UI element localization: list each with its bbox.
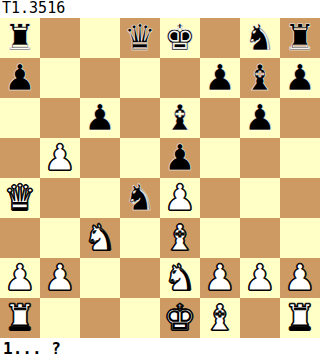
square-b7[interactable] [40, 58, 80, 98]
piece-white-rook[interactable]: ♜ [4, 298, 36, 338]
piece-white-knight[interactable]: ♞ [164, 258, 196, 298]
square-e5[interactable]: ♟ [160, 138, 200, 178]
square-b2[interactable]: ♟ [40, 258, 80, 298]
piece-white-knight[interactable]: ♞ [84, 218, 116, 258]
piece-white-pawn[interactable]: ♟ [284, 258, 316, 298]
square-e8[interactable]: ♚ [160, 18, 200, 58]
square-h2[interactable]: ♟ [280, 258, 320, 298]
square-c7[interactable] [80, 58, 120, 98]
square-g5[interactable] [240, 138, 280, 178]
square-a6[interactable] [0, 98, 40, 138]
piece-white-rook[interactable]: ♜ [284, 298, 316, 338]
square-c8[interactable] [80, 18, 120, 58]
square-c4[interactable] [80, 178, 120, 218]
square-e6[interactable]: ♝ [160, 98, 200, 138]
square-e2[interactable]: ♞ [160, 258, 200, 298]
square-d3[interactable] [120, 218, 160, 258]
square-h4[interactable] [280, 178, 320, 218]
piece-white-pawn[interactable]: ♟ [204, 258, 236, 298]
piece-black-pawn[interactable]: ♟ [244, 98, 276, 138]
square-a3[interactable] [0, 218, 40, 258]
square-f4[interactable] [200, 178, 240, 218]
square-f1[interactable]: ♝ [200, 298, 240, 338]
square-h8[interactable]: ♜ [280, 18, 320, 58]
square-a1[interactable]: ♜ [0, 298, 40, 338]
piece-black-queen[interactable]: ♛ [124, 18, 156, 58]
square-d8[interactable]: ♛ [120, 18, 160, 58]
square-g1[interactable] [240, 298, 280, 338]
square-f2[interactable]: ♟ [200, 258, 240, 298]
square-a7[interactable]: ♟ [0, 58, 40, 98]
piece-black-rook[interactable]: ♜ [284, 18, 316, 58]
piece-black-pawn[interactable]: ♟ [164, 138, 196, 178]
piece-black-pawn[interactable]: ♟ [4, 58, 36, 98]
square-b5[interactable]: ♟ [40, 138, 80, 178]
piece-black-knight[interactable]: ♞ [124, 178, 156, 218]
square-a2[interactable]: ♟ [0, 258, 40, 298]
piece-white-king[interactable]: ♚ [164, 298, 196, 338]
square-a4[interactable]: ♛ [0, 178, 40, 218]
square-f8[interactable] [200, 18, 240, 58]
square-e1[interactable]: ♚ [160, 298, 200, 338]
square-h7[interactable]: ♟ [280, 58, 320, 98]
square-b3[interactable] [40, 218, 80, 258]
piece-black-bishop[interactable]: ♝ [244, 58, 276, 98]
square-b1[interactable] [40, 298, 80, 338]
square-f7[interactable]: ♟ [200, 58, 240, 98]
square-h5[interactable] [280, 138, 320, 178]
piece-white-pawn[interactable]: ♟ [44, 138, 76, 178]
square-g8[interactable]: ♞ [240, 18, 280, 58]
square-g7[interactable]: ♝ [240, 58, 280, 98]
square-d1[interactable] [120, 298, 160, 338]
square-g3[interactable] [240, 218, 280, 258]
square-b8[interactable] [40, 18, 80, 58]
square-e7[interactable] [160, 58, 200, 98]
piece-white-queen[interactable]: ♛ [4, 178, 36, 218]
piece-black-king[interactable]: ♚ [164, 18, 196, 58]
square-b6[interactable] [40, 98, 80, 138]
square-g2[interactable]: ♟ [240, 258, 280, 298]
piece-white-bishop[interactable]: ♝ [164, 218, 196, 258]
square-f3[interactable] [200, 218, 240, 258]
move-prompt: 1... ? [0, 338, 320, 360]
square-c1[interactable] [80, 298, 120, 338]
square-f6[interactable] [200, 98, 240, 138]
square-h3[interactable] [280, 218, 320, 258]
piece-black-bishop[interactable]: ♝ [164, 98, 196, 138]
square-d6[interactable] [120, 98, 160, 138]
chess-board: ♜♛♚♞♜♟♟♝♟♟♝♟♟♟♛♞♟♞♝♟♟♞♟♟♟♜♚♝♜ [0, 18, 320, 338]
square-a8[interactable]: ♜ [0, 18, 40, 58]
square-e4[interactable]: ♟ [160, 178, 200, 218]
piece-black-pawn[interactable]: ♟ [204, 58, 236, 98]
piece-white-pawn[interactable]: ♟ [4, 258, 36, 298]
piece-black-rook[interactable]: ♜ [4, 18, 36, 58]
piece-white-pawn[interactable]: ♟ [44, 258, 76, 298]
square-c3[interactable]: ♞ [80, 218, 120, 258]
square-h6[interactable] [280, 98, 320, 138]
square-a5[interactable] [0, 138, 40, 178]
square-g4[interactable] [240, 178, 280, 218]
piece-black-pawn[interactable]: ♟ [84, 98, 116, 138]
square-d2[interactable] [120, 258, 160, 298]
puzzle-id: T1.3516 [0, 0, 320, 18]
piece-white-pawn[interactable]: ♟ [164, 178, 196, 218]
square-h1[interactable]: ♜ [280, 298, 320, 338]
piece-black-pawn[interactable]: ♟ [284, 58, 316, 98]
piece-black-knight[interactable]: ♞ [244, 18, 276, 58]
square-d5[interactable] [120, 138, 160, 178]
puzzle-page: T1.3516 ♜♛♚♞♜♟♟♝♟♟♝♟♟♟♛♞♟♞♝♟♟♞♟♟♟♜♚♝♜ 1.… [0, 0, 320, 360]
square-b4[interactable] [40, 178, 80, 218]
square-c6[interactable]: ♟ [80, 98, 120, 138]
square-g6[interactable]: ♟ [240, 98, 280, 138]
square-c5[interactable] [80, 138, 120, 178]
square-d4[interactable]: ♞ [120, 178, 160, 218]
square-e3[interactable]: ♝ [160, 218, 200, 258]
piece-white-pawn[interactable]: ♟ [244, 258, 276, 298]
square-f5[interactable] [200, 138, 240, 178]
square-d7[interactable] [120, 58, 160, 98]
square-c2[interactable] [80, 258, 120, 298]
piece-white-bishop[interactable]: ♝ [204, 298, 236, 338]
